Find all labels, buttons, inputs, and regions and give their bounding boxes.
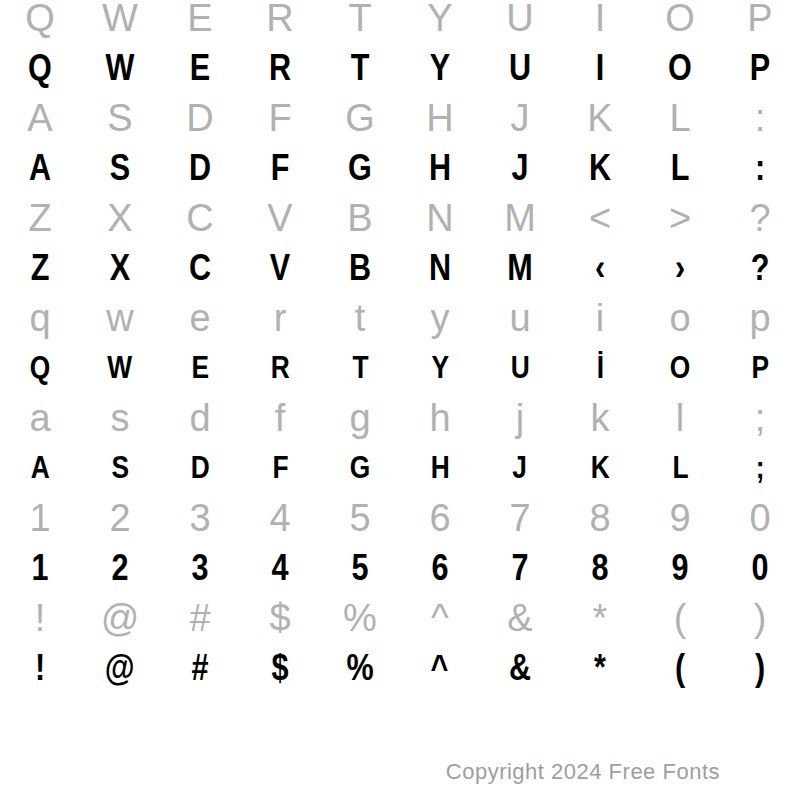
specimen-glyph: 4 (271, 543, 288, 593)
glyph-cell: W (80, 0, 160, 43)
reference-glyph: < (589, 193, 611, 243)
glyph-cell: ; (720, 443, 800, 493)
glyph-cell: S (80, 93, 160, 143)
glyph-cell: 8 (560, 493, 640, 543)
specimen-glyph: 5 (351, 543, 368, 593)
reference-glyph: j (516, 393, 524, 443)
specimen-glyph: İ (596, 343, 603, 393)
glyph-cell: h (400, 393, 480, 443)
specimen-glyph: 1 (31, 543, 48, 593)
reference-glyph: R (266, 0, 293, 43)
reference-glyph: h (429, 393, 450, 443)
glyph-cell: B (320, 243, 400, 293)
specimen-glyph: & (509, 643, 531, 693)
specimen-glyph: J (511, 143, 528, 193)
reference-glyph: S (107, 93, 132, 143)
specimen-glyph: * (594, 643, 606, 693)
glyph-cell: & (480, 643, 560, 693)
glyph-cell: R (240, 343, 320, 393)
reference-glyph: 0 (749, 493, 770, 543)
reference-glyph: % (343, 593, 377, 643)
glyph-cell: M (480, 243, 560, 293)
reference-glyph: 5 (349, 493, 370, 543)
copyright-text: Copyright 2024 Free Fonts (446, 759, 720, 785)
specimen-glyph: ; (756, 443, 765, 493)
reference-glyph: $ (269, 593, 290, 643)
reference-glyph: d (189, 393, 210, 443)
reference-glyph: q (29, 293, 50, 343)
specimen-glyph: R (270, 343, 289, 393)
reference-glyph: > (669, 193, 691, 243)
reference-glyph: I (595, 0, 606, 43)
glyph-cell: w (80, 293, 160, 343)
reference-glyph: p (749, 293, 770, 343)
glyph-cell: $ (240, 643, 320, 693)
glyph-cell: F (240, 443, 320, 493)
reference-glyph: D (186, 93, 213, 143)
reference-glyph: Y (427, 0, 452, 43)
reference-glyph: @ (101, 593, 140, 643)
glyph-cell: t (320, 293, 400, 343)
reference-glyph: ( (674, 593, 687, 643)
glyph-cell: A (0, 143, 80, 193)
reference-glyph: s (111, 393, 130, 443)
specimen-glyph: O (668, 43, 692, 93)
glyph-cell: D (160, 443, 240, 493)
glyph-cell: 0 (720, 543, 800, 593)
specimen-glyph: T (351, 43, 370, 93)
specimen-glyph: A (29, 143, 51, 193)
specimen-glyph: K (589, 143, 611, 193)
reference-glyph: y (431, 293, 450, 343)
glyph-cell: N (400, 193, 480, 243)
reference-glyph: ! (35, 593, 46, 643)
glyph-cell: * (560, 643, 640, 693)
glyph-cell: e (160, 293, 240, 343)
reference-glyph: r (274, 293, 287, 343)
glyph-cell: # (160, 643, 240, 693)
reference-glyph: t (355, 293, 366, 343)
glyph-cell: ) (720, 593, 800, 643)
specimen-glyph: U (510, 343, 529, 393)
glyph-cell: K (560, 93, 640, 143)
specimen-glyph: J (513, 443, 528, 493)
reference-glyph: U (506, 0, 533, 43)
glyph-cell: W (80, 343, 160, 393)
specimen-glyph: ) (755, 643, 765, 693)
specimen-glyph: : (755, 143, 765, 193)
specimen-glyph: ? (751, 243, 770, 293)
glyph-cell: I (560, 43, 640, 93)
glyph-cell: V (240, 193, 320, 243)
glyph-cell: ) (720, 643, 800, 693)
glyph-cell: L (640, 143, 720, 193)
glyph-cell: 3 (160, 493, 240, 543)
glyph-cell: 9 (640, 493, 720, 543)
glyph-cell: P (720, 43, 800, 93)
reference-glyph: 6 (429, 493, 450, 543)
specimen-glyph: R (269, 43, 291, 93)
specimen-glyph: C (189, 243, 211, 293)
glyph-cell: J (480, 93, 560, 143)
glyph-cell: I (560, 0, 640, 43)
glyph-cell: ! (0, 593, 80, 643)
reference-glyph: k (591, 393, 610, 443)
reference-glyph: l (676, 393, 684, 443)
glyph-cell: i (560, 293, 640, 343)
reference-glyph: f (275, 393, 286, 443)
specimen-glyph: W (106, 43, 135, 93)
reference-glyph: H (426, 93, 453, 143)
glyph-cell: * (560, 593, 640, 643)
glyph-cell: 6 (400, 493, 480, 543)
reference-glyph: 7 (509, 493, 530, 543)
glyph-cell: 5 (320, 543, 400, 593)
glyph-cell: A (0, 93, 80, 143)
glyph-cell: o (640, 293, 720, 343)
reference-glyph: 1 (29, 493, 50, 543)
glyph-cell: ; (720, 393, 800, 443)
glyph-cell: ^ (400, 643, 480, 693)
specimen-glyph: P (750, 43, 770, 93)
reference-glyph: W (102, 0, 138, 43)
specimen-glyph: 6 (431, 543, 448, 593)
glyph-cell: Q (0, 0, 80, 43)
glyph-cell: $ (240, 593, 320, 643)
glyph-cell: F (240, 143, 320, 193)
glyph-cell: 7 (480, 543, 560, 593)
reference-glyph: V (267, 193, 292, 243)
specimen-glyph: ‹ (595, 243, 605, 293)
reference-glyph: L (669, 93, 690, 143)
reference-glyph: 8 (589, 493, 610, 543)
reference-glyph: g (349, 393, 370, 443)
glyph-cell: F (240, 93, 320, 143)
glyph-cell: J (480, 143, 560, 193)
glyph-cell: d (160, 393, 240, 443)
specimen-glyph: G (348, 143, 372, 193)
specimen-glyph: D (189, 143, 211, 193)
glyph-cell: y (400, 293, 480, 343)
reference-glyph: e (189, 293, 210, 343)
specimen-glyph: 9 (671, 543, 688, 593)
glyph-cell: N (400, 243, 480, 293)
reference-glyph: 9 (669, 493, 690, 543)
specimen-glyph: H (430, 443, 449, 493)
glyph-cell: M (480, 193, 560, 243)
reference-glyph: E (187, 0, 212, 43)
glyph-cell: T (320, 0, 400, 43)
specimen-glyph: H (429, 143, 451, 193)
glyph-cell: l (640, 393, 720, 443)
reference-glyph: w (106, 293, 133, 343)
glyph-cell: İ (560, 343, 640, 393)
specimen-glyph: O (670, 343, 691, 393)
glyph-cell: > (640, 193, 720, 243)
specimen-glyph: U (509, 43, 531, 93)
specimen-glyph: % (346, 643, 373, 693)
specimen-glyph: Y (431, 343, 449, 393)
glyph-cell: C (160, 193, 240, 243)
specimen-glyph: › (675, 243, 685, 293)
glyph-cell: ? (720, 193, 800, 243)
specimen-glyph: # (191, 643, 208, 693)
specimen-glyph: 0 (751, 543, 768, 593)
glyph-cell: Z (0, 193, 80, 243)
glyph-cell: 5 (320, 493, 400, 543)
font-specimen-page: QWERTYUIOPQWERTYUIOPASDFGHJKL:ASDFGHJKL:… (0, 0, 800, 800)
glyph-cell: ( (640, 643, 720, 693)
glyph-cell: p (720, 293, 800, 343)
specimen-glyph: L (671, 143, 690, 193)
glyph-cell: B (320, 193, 400, 243)
glyph-cell: ! (0, 643, 80, 693)
glyph-cell: R (240, 43, 320, 93)
glyph-cell: V (240, 243, 320, 293)
glyph-cell: % (320, 593, 400, 643)
specimen-glyph: X (110, 243, 130, 293)
glyph-cell: C (160, 243, 240, 293)
glyph-cell: r (240, 293, 320, 343)
glyph-cell: Y (400, 0, 480, 43)
specimen-glyph: @ (105, 643, 135, 693)
reference-glyph: o (669, 293, 690, 343)
glyph-cell: R (240, 0, 320, 43)
reference-glyph: a (29, 393, 50, 443)
glyph-cell: 4 (240, 493, 320, 543)
glyph-cell: Q (0, 43, 80, 93)
glyph-cell: j (480, 393, 560, 443)
specimen-glyph: 8 (591, 543, 608, 593)
reference-glyph: 3 (189, 493, 210, 543)
glyph-cell: 8 (560, 543, 640, 593)
glyph-cell: P (720, 0, 800, 43)
specimen-glyph: Y (430, 43, 450, 93)
specimen-glyph: S (110, 143, 130, 193)
glyph-cell: D (160, 93, 240, 143)
glyph-cell: X (80, 193, 160, 243)
glyph-cell: U (480, 43, 560, 93)
glyph-cell: # (160, 593, 240, 643)
glyph-cell: G (320, 93, 400, 143)
glyph-cell: Y (400, 343, 480, 393)
glyph-cell: f (240, 393, 320, 443)
glyph-cell: k (560, 393, 640, 443)
glyph-cell: @ (80, 593, 160, 643)
reference-glyph: O (665, 0, 695, 43)
specimen-glyph: $ (271, 643, 288, 693)
reference-glyph: ? (749, 193, 770, 243)
reference-glyph: & (507, 593, 532, 643)
reference-glyph: G (345, 93, 375, 143)
specimen-glyph: W (108, 343, 133, 393)
glyph-cell: 6 (400, 543, 480, 593)
glyph-cell: : (720, 143, 800, 193)
reference-glyph: Z (28, 193, 51, 243)
glyph-cell: L (640, 93, 720, 143)
specimen-glyph: N (429, 243, 451, 293)
glyph-cell: 4 (240, 543, 320, 593)
reference-glyph: N (426, 193, 453, 243)
glyph-cell: ? (720, 243, 800, 293)
glyph-cell: 1 (0, 493, 80, 543)
glyph-cell: E (160, 0, 240, 43)
glyph-cell: A (0, 443, 80, 493)
glyph-cell: 2 (80, 493, 160, 543)
glyph-cell: K (560, 443, 640, 493)
reference-glyph: F (268, 93, 291, 143)
specimen-glyph: K (590, 443, 609, 493)
glyph-cell: E (160, 343, 240, 393)
glyph-cell: › (640, 243, 720, 293)
glyph-cell: & (480, 593, 560, 643)
glyph-cell: J (480, 443, 560, 493)
reference-glyph: # (189, 593, 210, 643)
reference-glyph: M (504, 193, 536, 243)
specimen-glyph: F (271, 143, 290, 193)
glyph-cell: @ (80, 643, 160, 693)
glyph-cell: s (80, 393, 160, 443)
specimen-glyph: G (350, 443, 371, 493)
glyph-cell: O (640, 343, 720, 393)
specimen-glyph: E (191, 343, 209, 393)
specimen-glyph: 7 (511, 543, 528, 593)
glyph-cell: T (320, 343, 400, 393)
glyph-cell: G (320, 143, 400, 193)
specimen-glyph: F (272, 443, 288, 493)
glyph-cell: X (80, 243, 160, 293)
reference-glyph: C (186, 193, 213, 243)
specimen-glyph: D (190, 443, 209, 493)
specimen-glyph: P (751, 343, 769, 393)
glyph-cell: K (560, 143, 640, 193)
glyph-cell: E (160, 43, 240, 93)
glyph-cell: ( (640, 593, 720, 643)
reference-glyph: 4 (269, 493, 290, 543)
glyph-cell: P (720, 343, 800, 393)
reference-glyph: A (27, 93, 52, 143)
specimen-glyph: V (270, 243, 290, 293)
reference-glyph: * (593, 593, 608, 643)
reference-glyph: T (348, 0, 371, 43)
specimen-glyph: 2 (111, 543, 128, 593)
glyph-cell: O (640, 0, 720, 43)
specimen-glyph: A (30, 443, 49, 493)
glyph-cell: q (0, 293, 80, 343)
reference-glyph: ) (754, 593, 767, 643)
glyph-cell: a (0, 393, 80, 443)
glyph-cell: H (400, 93, 480, 143)
specimen-glyph: B (349, 243, 371, 293)
glyph-cell: g (320, 393, 400, 443)
reference-glyph: X (107, 193, 132, 243)
specimen-glyph: Q (30, 343, 51, 393)
reference-glyph: ; (755, 393, 766, 443)
glyph-cell: S (80, 443, 160, 493)
specimen-glyph: Z (31, 243, 50, 293)
glyph-cell: ‹ (560, 243, 640, 293)
glyph-cell: < (560, 193, 640, 243)
glyph-cell: Y (400, 43, 480, 93)
specimen-glyph: E (190, 43, 210, 93)
glyph-cell: 0 (720, 493, 800, 543)
specimen-glyph: Q (28, 43, 52, 93)
reference-glyph: ^ (431, 593, 449, 643)
specimen-glyph: I (596, 43, 605, 93)
reference-glyph: P (747, 0, 772, 43)
specimen-glyph: ^ (431, 643, 449, 693)
glyph-cell: ^ (400, 593, 480, 643)
reference-glyph: K (587, 93, 612, 143)
reference-glyph: i (596, 293, 604, 343)
specimen-glyph: M (507, 243, 533, 293)
glyph-cell: L (640, 443, 720, 493)
glyph-cell: G (320, 443, 400, 493)
reference-glyph: u (509, 293, 530, 343)
glyph-cell: % (320, 643, 400, 693)
specimen-glyph: ! (35, 643, 45, 693)
glyph-cell: U (480, 0, 560, 43)
glyph-cell: H (400, 443, 480, 493)
glyph-cell: Z (0, 243, 80, 293)
glyph-cell: : (720, 93, 800, 143)
reference-glyph: J (511, 93, 530, 143)
specimen-glyph: S (111, 443, 129, 493)
glyph-cell: U (480, 343, 560, 393)
glyph-cell: u (480, 293, 560, 343)
reference-glyph: : (755, 93, 766, 143)
glyph-cell: 1 (0, 543, 80, 593)
specimen-glyph: T (352, 343, 368, 393)
specimen-glyph: ( (675, 643, 685, 693)
glyph-cell: Q (0, 343, 80, 393)
reference-glyph: 2 (109, 493, 130, 543)
reference-glyph: Q (25, 0, 55, 43)
glyph-cell: 2 (80, 543, 160, 593)
character-grid: QWERTYUIOPQWERTYUIOPASDFGHJKL:ASDFGHJKL:… (0, 0, 800, 693)
glyph-cell: D (160, 143, 240, 193)
glyph-cell: 9 (640, 543, 720, 593)
glyph-cell: W (80, 43, 160, 93)
glyph-cell: O (640, 43, 720, 93)
specimen-glyph: L (672, 443, 688, 493)
glyph-cell: T (320, 43, 400, 93)
glyph-cell: H (400, 143, 480, 193)
specimen-glyph: 3 (191, 543, 208, 593)
glyph-cell: 7 (480, 493, 560, 543)
glyph-cell: S (80, 143, 160, 193)
reference-glyph: B (347, 193, 372, 243)
glyph-cell: 3 (160, 543, 240, 593)
